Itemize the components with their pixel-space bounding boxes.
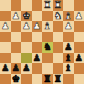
square-g1[interactable] [11,0,22,11]
square-e6[interactable]: ♟ [32,53,43,64]
piece-black-pawn[interactable]: ♟ [21,63,32,74]
piece-white-rook[interactable]: ♜ [42,0,53,11]
square-e7[interactable] [32,63,43,74]
square-d3[interactable]: ♝ [42,21,53,32]
piece-black-king[interactable]: ♚ [11,74,22,85]
square-d5[interactable]: ♞ [42,42,53,53]
square-c2[interactable]: ♞ [53,11,64,22]
square-f7[interactable]: ♟ [21,63,32,74]
square-h3[interactable]: ♟ [0,21,11,32]
square-e5[interactable] [32,42,43,53]
square-h8[interactable] [0,74,11,85]
square-d1[interactable]: ♜ [42,0,53,11]
square-b7[interactable]: ♝ [63,63,74,74]
square-c8[interactable]: ♜ [53,74,64,85]
square-a6[interactable]: ♟ [74,53,85,64]
square-g2[interactable]: ♟ [11,11,22,22]
square-e1[interactable] [32,0,43,11]
piece-black-rook[interactable]: ♜ [53,74,64,85]
piece-white-pawn[interactable]: ♟ [0,21,11,32]
square-e4[interactable] [32,32,43,43]
square-a7[interactable] [74,63,85,74]
square-a1[interactable] [74,0,85,11]
square-a5[interactable] [74,42,85,53]
piece-black-bishop[interactable]: ♝ [63,63,74,74]
piece-black-pawn[interactable]: ♟ [63,42,74,53]
square-a4[interactable] [74,32,85,43]
square-d7[interactable] [42,63,53,74]
square-h4[interactable] [0,32,11,43]
square-g3[interactable] [11,21,22,32]
piece-white-pawn[interactable]: ♟ [21,21,32,32]
square-f4[interactable] [21,32,32,43]
square-c1[interactable]: ♜ [53,0,64,11]
square-a2[interactable]: ♟ [74,11,85,22]
square-f5[interactable] [21,42,32,53]
piece-black-pawn[interactable]: ♟ [74,53,85,64]
square-g5[interactable] [11,42,22,53]
square-c6[interactable] [53,53,64,64]
square-g4[interactable] [11,32,22,43]
chess-board: ♜♜♟♚♞♝♟♟♟♟♝♟♞♟♟♝♟♟♟♟♝♚♜♜ [0,0,84,84]
square-d6[interactable] [42,53,53,64]
square-b1[interactable] [63,0,74,11]
piece-white-pawn[interactable]: ♟ [63,21,74,32]
square-f3[interactable]: ♟ [21,21,32,32]
piece-white-pawn[interactable]: ♟ [74,11,85,22]
square-b5[interactable]: ♟ [63,42,74,53]
square-a8[interactable] [74,74,85,85]
piece-black-pawn[interactable]: ♟ [11,63,22,74]
square-a3[interactable] [74,21,85,32]
square-c4[interactable] [53,32,64,43]
piece-white-rook[interactable]: ♜ [53,0,64,11]
piece-black-rook[interactable]: ♜ [42,74,53,85]
square-c3[interactable] [53,21,64,32]
square-b8[interactable] [63,74,74,85]
square-h1[interactable] [0,0,11,11]
square-b3[interactable]: ♟ [63,21,74,32]
square-f8[interactable] [21,74,32,85]
piece-black-pawn[interactable]: ♟ [32,53,43,64]
square-d8[interactable]: ♜ [42,74,53,85]
square-f1[interactable] [21,0,32,11]
square-g7[interactable]: ♟ [11,63,22,74]
square-h7[interactable]: ♟ [0,63,11,74]
square-c5[interactable] [53,42,64,53]
chess-board-container: ♜♜♟♚♞♝♟♟♟♟♝♟♞♟♟♝♟♟♟♟♝♚♜♜ [0,0,84,84]
piece-black-pawn[interactable]: ♟ [0,63,11,74]
square-e3[interactable]: ♟ [32,21,43,32]
piece-white-bishop[interactable]: ♝ [42,21,53,32]
piece-black-knight[interactable]: ♞ [42,42,53,53]
piece-white-pawn[interactable]: ♟ [32,21,43,32]
square-g8[interactable]: ♚ [11,74,22,85]
square-e8[interactable] [32,74,43,85]
piece-white-pawn[interactable]: ♟ [11,11,22,22]
piece-white-knight[interactable]: ♞ [53,11,64,22]
square-h5[interactable] [0,42,11,53]
square-c7[interactable] [53,63,64,74]
